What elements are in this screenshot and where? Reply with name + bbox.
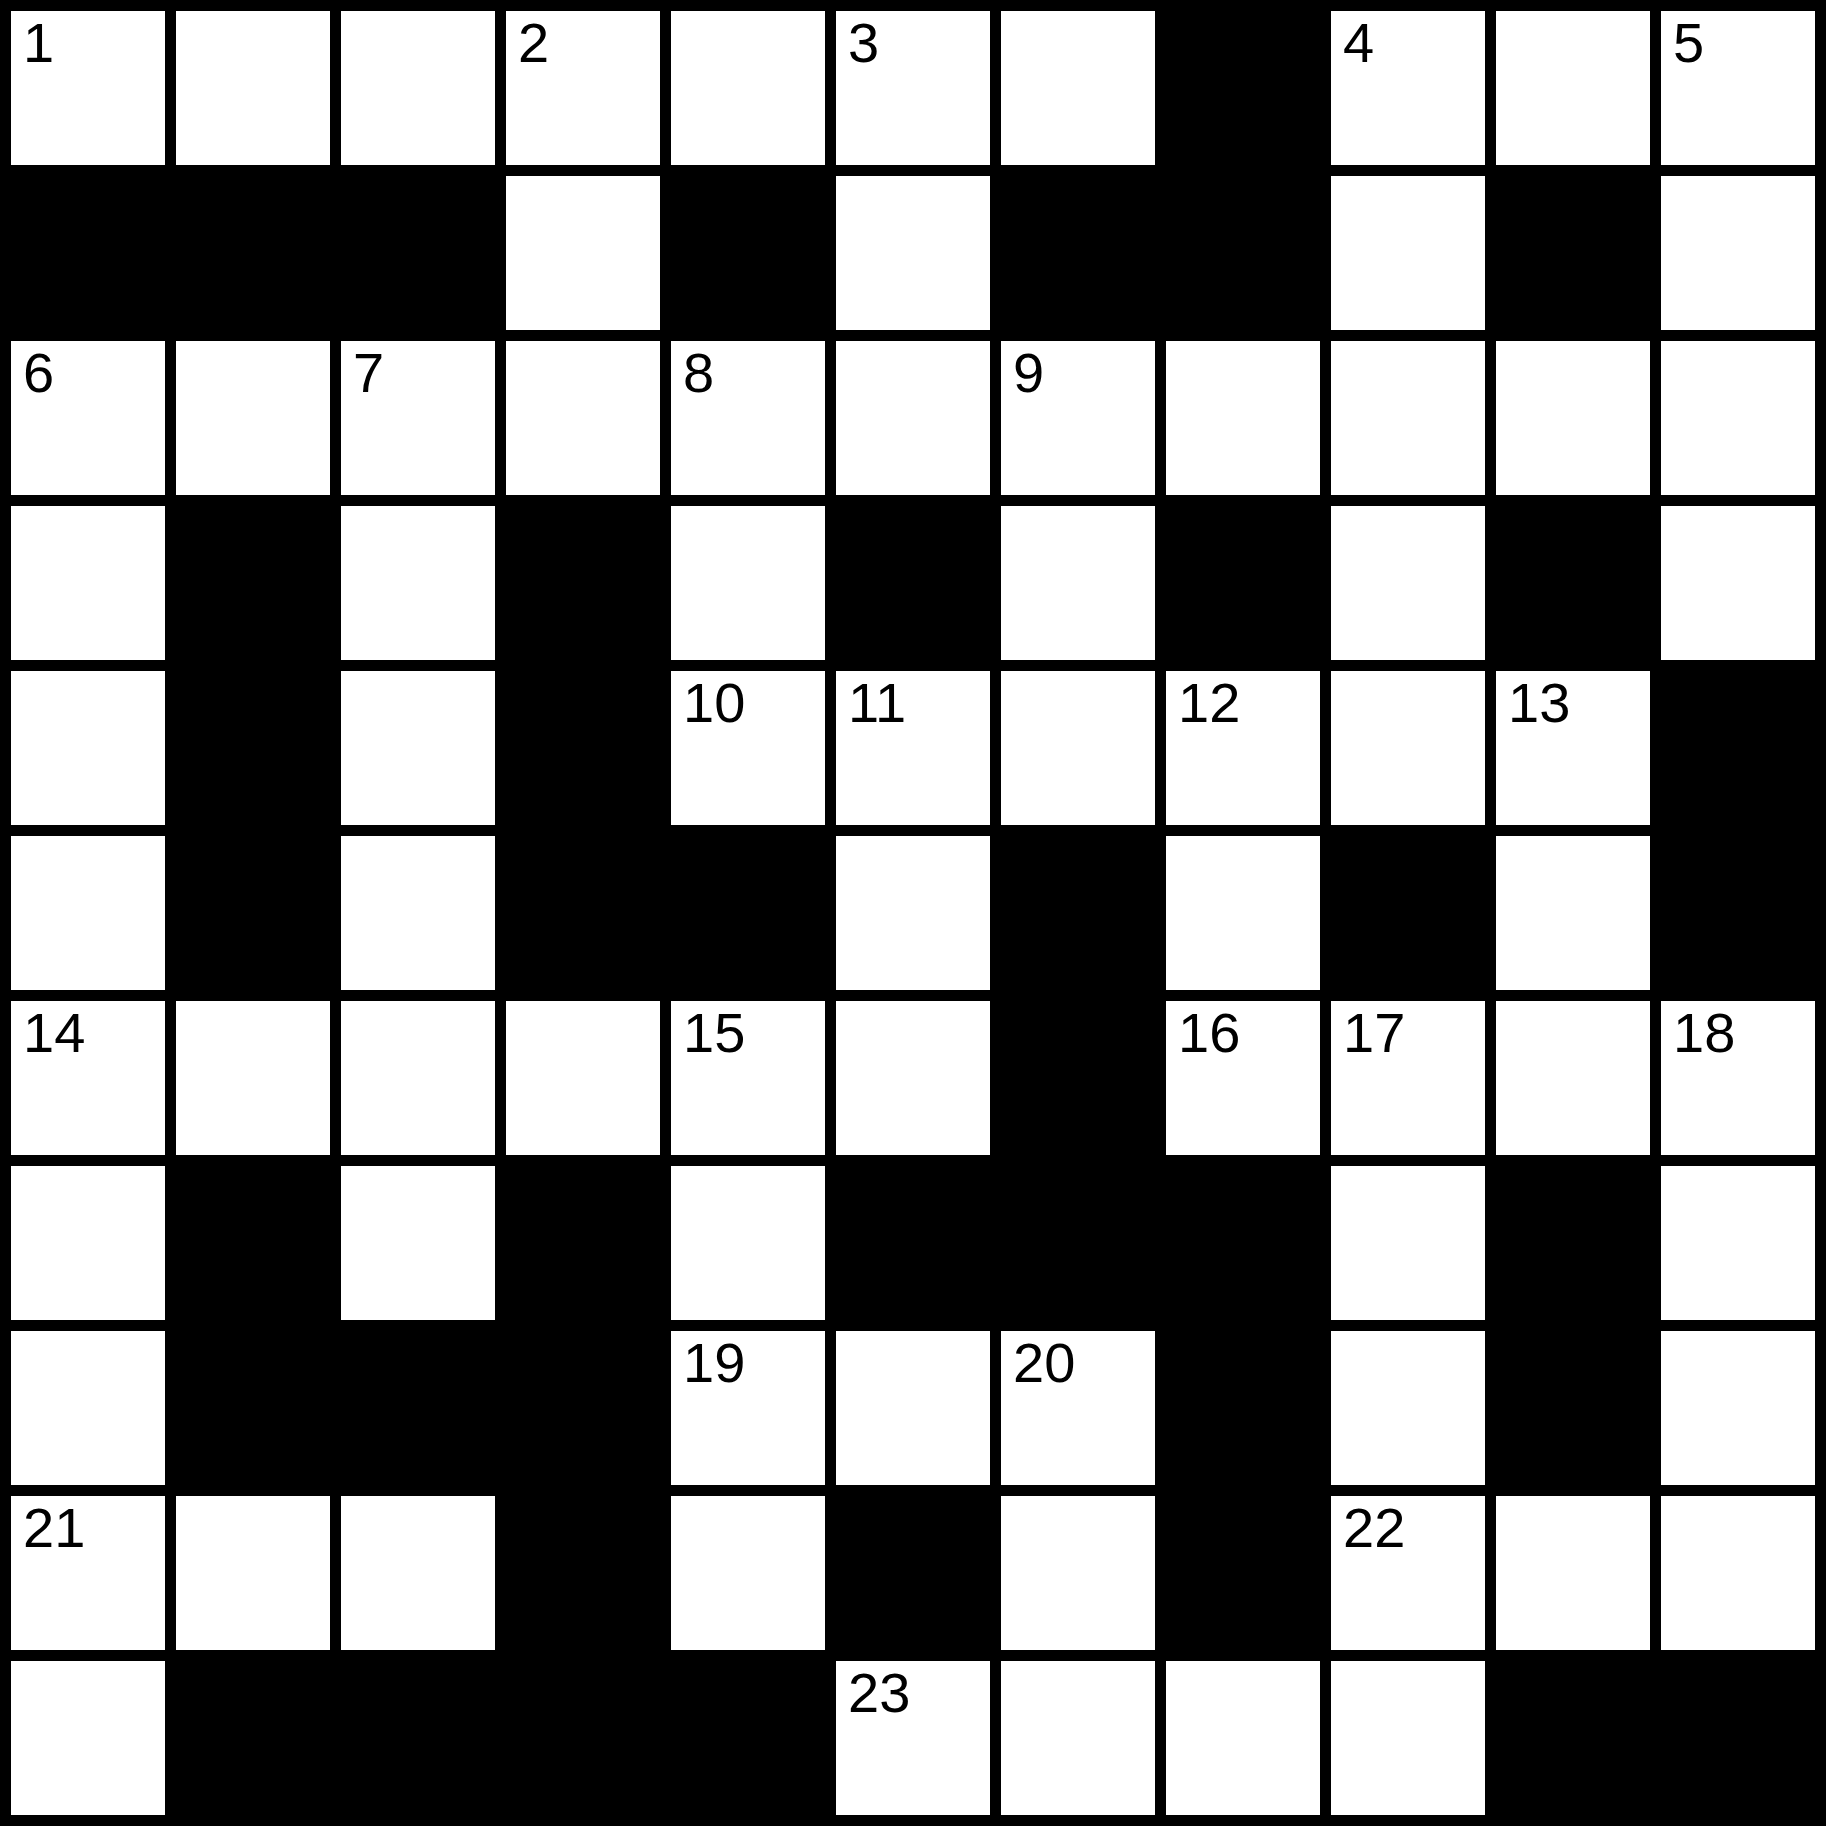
white-cell-r7-c10[interactable] bbox=[1661, 1166, 1815, 1320]
white-cell-r2-c10[interactable] bbox=[1661, 341, 1815, 495]
white-cell-r9-c8[interactable]: 22 bbox=[1331, 1496, 1485, 1650]
black-cell-r10-c10 bbox=[1661, 1661, 1815, 1815]
white-cell-r5-c9[interactable] bbox=[1496, 836, 1650, 990]
white-cell-r9-c2[interactable] bbox=[341, 1496, 495, 1650]
black-cell-r10-c4 bbox=[671, 1661, 825, 1815]
black-cell-r10-c9 bbox=[1496, 1661, 1650, 1815]
black-cell-r1-c2 bbox=[341, 176, 495, 330]
black-cell-r5-c8 bbox=[1331, 836, 1485, 990]
white-cell-r6-c7[interactable]: 16 bbox=[1166, 1001, 1320, 1155]
clue-number-18: 18 bbox=[1673, 1004, 1735, 1063]
clue-number-7: 7 bbox=[353, 344, 384, 403]
black-cell-r8-c7 bbox=[1166, 1331, 1320, 1485]
white-cell-r2-c7[interactable] bbox=[1166, 341, 1320, 495]
white-cell-r2-c5[interactable] bbox=[836, 341, 990, 495]
white-cell-r2-c8[interactable] bbox=[1331, 341, 1485, 495]
white-cell-r0-c6[interactable] bbox=[1001, 11, 1155, 165]
white-cell-r2-c3[interactable] bbox=[506, 341, 660, 495]
white-cell-r1-c8[interactable] bbox=[1331, 176, 1485, 330]
white-cell-r10-c0[interactable] bbox=[11, 1661, 165, 1815]
black-cell-r4-c1 bbox=[176, 671, 330, 825]
black-cell-r1-c1 bbox=[176, 176, 330, 330]
white-cell-r2-c6[interactable]: 9 bbox=[1001, 341, 1155, 495]
white-cell-r1-c3[interactable] bbox=[506, 176, 660, 330]
black-cell-r5-c3 bbox=[506, 836, 660, 990]
white-cell-r2-c4[interactable]: 8 bbox=[671, 341, 825, 495]
white-cell-r1-c5[interactable] bbox=[836, 176, 990, 330]
clue-number-20: 20 bbox=[1013, 1334, 1075, 1393]
black-cell-r1-c6 bbox=[1001, 176, 1155, 330]
white-cell-r3-c4[interactable] bbox=[671, 506, 825, 660]
black-cell-r8-c9 bbox=[1496, 1331, 1650, 1485]
white-cell-r2-c0[interactable]: 6 bbox=[11, 341, 165, 495]
white-cell-r10-c7[interactable] bbox=[1166, 1661, 1320, 1815]
white-cell-r0-c2[interactable] bbox=[341, 11, 495, 165]
clue-number-15: 15 bbox=[683, 1004, 745, 1063]
clue-number-1: 1 bbox=[23, 14, 54, 73]
white-cell-r8-c8[interactable] bbox=[1331, 1331, 1485, 1485]
white-cell-r3-c8[interactable] bbox=[1331, 506, 1485, 660]
white-cell-r9-c4[interactable] bbox=[671, 1496, 825, 1650]
black-cell-r9-c7 bbox=[1166, 1496, 1320, 1650]
black-cell-r5-c6 bbox=[1001, 836, 1155, 990]
white-cell-r6-c3[interactable] bbox=[506, 1001, 660, 1155]
clue-number-10: 10 bbox=[683, 674, 745, 733]
black-cell-r3-c3 bbox=[506, 506, 660, 660]
clue-number-8: 8 bbox=[683, 344, 714, 403]
white-cell-r0-c5[interactable]: 3 bbox=[836, 11, 990, 165]
black-cell-r7-c3 bbox=[506, 1166, 660, 1320]
black-cell-r10-c1 bbox=[176, 1661, 330, 1815]
white-cell-r10-c8[interactable] bbox=[1331, 1661, 1485, 1815]
crossword-grid: 1234567891011121314151617181920212223 bbox=[0, 0, 1826, 1826]
clue-number-19: 19 bbox=[683, 1334, 745, 1393]
white-cell-r7-c4[interactable] bbox=[671, 1166, 825, 1320]
clue-number-21: 21 bbox=[23, 1499, 85, 1558]
white-cell-r9-c6[interactable] bbox=[1001, 1496, 1155, 1650]
white-cell-r4-c7[interactable]: 12 bbox=[1166, 671, 1320, 825]
clue-number-22: 22 bbox=[1343, 1499, 1405, 1558]
white-cell-r7-c2[interactable] bbox=[341, 1166, 495, 1320]
white-cell-r7-c8[interactable] bbox=[1331, 1166, 1485, 1320]
white-cell-r0-c10[interactable]: 5 bbox=[1661, 11, 1815, 165]
black-cell-r7-c1 bbox=[176, 1166, 330, 1320]
black-cell-r8-c2 bbox=[341, 1331, 495, 1485]
white-cell-r2-c9[interactable] bbox=[1496, 341, 1650, 495]
white-cell-r5-c2[interactable] bbox=[341, 836, 495, 990]
clue-number-5: 5 bbox=[1673, 14, 1704, 73]
clue-number-13: 13 bbox=[1508, 674, 1570, 733]
clue-number-23: 23 bbox=[848, 1664, 910, 1723]
white-cell-r9-c10[interactable] bbox=[1661, 1496, 1815, 1650]
white-cell-r4-c2[interactable] bbox=[341, 671, 495, 825]
white-cell-r8-c5[interactable] bbox=[836, 1331, 990, 1485]
white-cell-r4-c9[interactable]: 13 bbox=[1496, 671, 1650, 825]
clue-number-4: 4 bbox=[1343, 14, 1374, 73]
white-cell-r6-c9[interactable] bbox=[1496, 1001, 1650, 1155]
black-cell-r9-c5 bbox=[836, 1496, 990, 1650]
white-cell-r3-c10[interactable] bbox=[1661, 506, 1815, 660]
white-cell-r8-c4[interactable]: 19 bbox=[671, 1331, 825, 1485]
white-cell-r0-c8[interactable]: 4 bbox=[1331, 11, 1485, 165]
black-cell-r7-c9 bbox=[1496, 1166, 1650, 1320]
clue-number-2: 2 bbox=[518, 14, 549, 73]
white-cell-r4-c8[interactable] bbox=[1331, 671, 1485, 825]
black-cell-r3-c9 bbox=[1496, 506, 1650, 660]
clue-number-16: 16 bbox=[1178, 1004, 1240, 1063]
white-cell-r9-c0[interactable]: 21 bbox=[11, 1496, 165, 1650]
black-cell-r6-c6 bbox=[1001, 1001, 1155, 1155]
black-cell-r1-c4 bbox=[671, 176, 825, 330]
white-cell-r0-c3[interactable]: 2 bbox=[506, 11, 660, 165]
white-cell-r0-c0[interactable]: 1 bbox=[11, 11, 165, 165]
white-cell-r3-c2[interactable] bbox=[341, 506, 495, 660]
white-cell-r0-c1[interactable] bbox=[176, 11, 330, 165]
black-cell-r10-c2 bbox=[341, 1661, 495, 1815]
black-cell-r5-c4 bbox=[671, 836, 825, 990]
white-cell-r2-c2[interactable]: 7 bbox=[341, 341, 495, 495]
white-cell-r10-c5[interactable]: 23 bbox=[836, 1661, 990, 1815]
clue-number-9: 9 bbox=[1013, 344, 1044, 403]
white-cell-r3-c6[interactable] bbox=[1001, 506, 1155, 660]
white-cell-r6-c1[interactable] bbox=[176, 1001, 330, 1155]
white-cell-r8-c6[interactable]: 20 bbox=[1001, 1331, 1155, 1485]
white-cell-r3-c0[interactable] bbox=[11, 506, 165, 660]
black-cell-r4-c10 bbox=[1661, 671, 1815, 825]
white-cell-r6-c0[interactable]: 14 bbox=[11, 1001, 165, 1155]
clue-number-12: 12 bbox=[1178, 674, 1240, 733]
black-cell-r8-c3 bbox=[506, 1331, 660, 1485]
black-cell-r5-c1 bbox=[176, 836, 330, 990]
black-cell-r3-c7 bbox=[1166, 506, 1320, 660]
white-cell-r5-c7[interactable] bbox=[1166, 836, 1320, 990]
white-cell-r8-c10[interactable] bbox=[1661, 1331, 1815, 1485]
white-cell-r6-c8[interactable]: 17 bbox=[1331, 1001, 1485, 1155]
white-cell-r5-c5[interactable] bbox=[836, 836, 990, 990]
white-cell-r9-c1[interactable] bbox=[176, 1496, 330, 1650]
white-cell-r10-c6[interactable] bbox=[1001, 1661, 1155, 1815]
black-cell-r1-c0 bbox=[11, 176, 165, 330]
black-cell-r8-c1 bbox=[176, 1331, 330, 1485]
white-cell-r0-c4[interactable] bbox=[671, 11, 825, 165]
clue-number-14: 14 bbox=[23, 1004, 85, 1063]
white-cell-r0-c9[interactable] bbox=[1496, 11, 1650, 165]
white-cell-r9-c9[interactable] bbox=[1496, 1496, 1650, 1650]
black-cell-r9-c3 bbox=[506, 1496, 660, 1650]
clue-number-17: 17 bbox=[1343, 1004, 1405, 1063]
white-cell-r1-c10[interactable] bbox=[1661, 176, 1815, 330]
white-cell-r6-c10[interactable]: 18 bbox=[1661, 1001, 1815, 1155]
white-cell-r6-c2[interactable] bbox=[341, 1001, 495, 1155]
black-cell-r7-c5 bbox=[836, 1166, 990, 1320]
white-cell-r4-c4[interactable]: 10 bbox=[671, 671, 825, 825]
white-cell-r6-c5[interactable] bbox=[836, 1001, 990, 1155]
black-cell-r7-c6 bbox=[1001, 1166, 1155, 1320]
black-cell-r7-c7 bbox=[1166, 1166, 1320, 1320]
black-cell-r0-c7 bbox=[1166, 11, 1320, 165]
white-cell-r2-c1[interactable] bbox=[176, 341, 330, 495]
black-cell-r5-c10 bbox=[1661, 836, 1815, 990]
clue-number-3: 3 bbox=[848, 14, 879, 73]
white-cell-r8-c0[interactable] bbox=[11, 1331, 165, 1485]
black-cell-r4-c3 bbox=[506, 671, 660, 825]
black-cell-r3-c5 bbox=[836, 506, 990, 660]
black-cell-r1-c9 bbox=[1496, 176, 1650, 330]
white-cell-r4-c0[interactable] bbox=[11, 671, 165, 825]
white-cell-r7-c0[interactable] bbox=[11, 1166, 165, 1320]
black-cell-r3-c1 bbox=[176, 506, 330, 660]
black-cell-r1-c7 bbox=[1166, 176, 1320, 330]
white-cell-r4-c6[interactable] bbox=[1001, 671, 1155, 825]
clue-number-11: 11 bbox=[848, 674, 906, 733]
white-cell-r6-c4[interactable]: 15 bbox=[671, 1001, 825, 1155]
white-cell-r5-c0[interactable] bbox=[11, 836, 165, 990]
white-cell-r4-c5[interactable]: 11 bbox=[836, 671, 990, 825]
black-cell-r10-c3 bbox=[506, 1661, 660, 1815]
clue-number-6: 6 bbox=[23, 344, 54, 403]
